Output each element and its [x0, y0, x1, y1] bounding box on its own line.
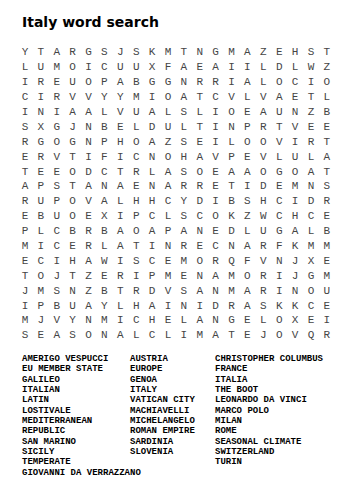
- grid-cell-r3c13: R: [208, 75, 224, 90]
- word-item-empty: [130, 468, 215, 478]
- grid-cell-r6c1: S: [17, 119, 33, 134]
- grid-cell-r2c20: Z: [319, 60, 335, 75]
- grid-cell-r14c2: I: [33, 239, 49, 254]
- grid-cell-r17c12: A: [192, 283, 208, 298]
- grid-cell-r7c15: O: [239, 134, 255, 149]
- grid-cell-r7c10: Z: [160, 134, 176, 149]
- grid-cell-r5c2: N: [33, 105, 49, 120]
- grid-cell-r16c5: Z: [81, 268, 97, 283]
- grid-cell-r18c9: A: [144, 298, 160, 313]
- grid-cell-r9c20: T: [319, 164, 335, 179]
- grid-cell-r20c19: Q: [303, 328, 319, 343]
- grid-cell-r6c14: N: [224, 119, 240, 134]
- word-item: LOSTIVALE: [22, 406, 130, 416]
- grid-cell-r15c5: A: [81, 253, 97, 268]
- grid-cell-r16c4: T: [65, 268, 81, 283]
- grid-cell-r6c16: R: [255, 119, 271, 134]
- grid-cell-r18c15: A: [239, 298, 255, 313]
- grid-cell-r11c10: C: [160, 194, 176, 209]
- grid-cell-r20c9: C: [144, 328, 160, 343]
- grid-cell-r18c19: C: [303, 298, 319, 313]
- grid-cell-r3c19: I: [303, 75, 319, 90]
- grid-cell-r12c8: P: [128, 209, 144, 224]
- grid-cell-r7c14: L: [224, 134, 240, 149]
- grid-cell-r5c17: U: [271, 105, 287, 120]
- grid-cell-r1c13: G: [208, 45, 224, 60]
- grid-cell-r2c15: I: [239, 60, 255, 75]
- grid-cell-r16c11: E: [176, 268, 192, 283]
- grid-cell-r14c4: E: [65, 239, 81, 254]
- grid-cell-r19c6: M: [96, 313, 112, 328]
- grid-cell-r2c5: I: [81, 60, 97, 75]
- grid-cell-r18c16: S: [255, 298, 271, 313]
- grid-cell-r13c9: A: [144, 224, 160, 239]
- grid-cell-r7c16: O: [255, 134, 271, 149]
- grid-cell-r4c1: C: [17, 90, 33, 105]
- grid-cell-r4c3: R: [49, 90, 65, 105]
- page-title: Italy word search: [22, 15, 159, 29]
- grid-cell-r13c20: B: [319, 224, 335, 239]
- grid-cell-r20c1: S: [17, 328, 33, 343]
- grid-cell-r17c4: N: [65, 283, 81, 298]
- word-item: LATIN: [22, 395, 130, 405]
- grid-cell-r19c15: E: [239, 313, 255, 328]
- grid-cell-r2c2: U: [33, 60, 49, 75]
- grid-cell-r8c9: N: [144, 149, 160, 164]
- grid-cell-r7c11: S: [176, 134, 192, 149]
- grid-cell-r1c15: A: [239, 45, 255, 60]
- grid-cell-r7c3: O: [49, 134, 65, 149]
- grid-cell-r15c1: E: [17, 253, 33, 268]
- grid-cell-r8c1: E: [17, 149, 33, 164]
- grid-cell-r9c1: T: [17, 164, 33, 179]
- grid-cell-r10c3: S: [49, 179, 65, 194]
- grid-cell-r8c7: I: [112, 149, 128, 164]
- word-item: EU MEMBER STATE: [22, 364, 130, 374]
- grid-cell-r14c20: M: [319, 239, 335, 254]
- word-item: VATICAN CITY: [130, 395, 215, 405]
- grid-cell-r10c11: R: [176, 179, 192, 194]
- grid-cell-r9c10: A: [160, 164, 176, 179]
- grid-cell-r5c7: V: [112, 105, 128, 120]
- grid-cell-r8c15: E: [239, 149, 255, 164]
- grid-cell-r17c7: T: [112, 283, 128, 298]
- grid-cell-r16c17: I: [271, 268, 287, 283]
- grid-cell-r1c3: A: [49, 45, 65, 60]
- grid-cell-r10c8: E: [128, 179, 144, 194]
- grid-cell-r15c2: C: [33, 253, 49, 268]
- grid-cell-r2c18: L: [287, 60, 303, 75]
- grid-cell-r9c15: A: [239, 164, 255, 179]
- grid-cell-r14c1: M: [17, 239, 33, 254]
- grid-cell-r14c18: K: [287, 239, 303, 254]
- grid-cell-r20c12: M: [192, 328, 208, 343]
- grid-cell-r2c12: E: [192, 60, 208, 75]
- grid-cell-r8c11: H: [176, 149, 192, 164]
- grid-cell-r4c6: Y: [96, 90, 112, 105]
- grid-cell-r6c6: B: [96, 119, 112, 134]
- grid-cell-r7c9: A: [144, 134, 160, 149]
- grid-cell-r13c17: G: [271, 224, 287, 239]
- grid-cell-r11c5: V: [81, 194, 97, 209]
- grid-cell-r15c13: R: [208, 253, 224, 268]
- grid-cell-r3c9: G: [144, 75, 160, 90]
- grid-cell-r19c18: X: [287, 313, 303, 328]
- grid-cell-r1c17: E: [271, 45, 287, 60]
- grid-cell-r2c6: C: [96, 60, 112, 75]
- grid-cell-r18c1: I: [17, 298, 33, 313]
- grid-cell-r8c5: I: [81, 149, 97, 164]
- grid-cell-r20c13: A: [208, 328, 224, 343]
- word-item: GALILEO: [22, 375, 130, 385]
- grid-cell-r18c17: K: [271, 298, 287, 313]
- grid-cell-r2c7: U: [112, 60, 128, 75]
- grid-cell-r20c11: I: [176, 328, 192, 343]
- grid-cell-r16c16: R: [255, 268, 271, 283]
- grid-cell-r13c16: U: [255, 224, 271, 239]
- grid-cell-r17c14: M: [224, 283, 240, 298]
- grid-cell-r9c4: O: [65, 164, 81, 179]
- grid-cell-r6c9: D: [144, 119, 160, 134]
- grid-cell-r14c17: F: [271, 239, 287, 254]
- grid-cell-r1c12: N: [192, 45, 208, 60]
- grid-cell-r1c11: T: [176, 45, 192, 60]
- grid-cell-r1c18: H: [287, 45, 303, 60]
- grid-cell-r19c20: I: [319, 313, 335, 328]
- grid-cell-r20c15: E: [239, 328, 255, 343]
- grid-cell-r14c7: A: [112, 239, 128, 254]
- grid-cell-r11c17: C: [271, 194, 287, 209]
- grid-cell-r16c1: T: [17, 268, 33, 283]
- grid-cell-r15c4: H: [65, 253, 81, 268]
- grid-cell-r16c13: A: [208, 268, 224, 283]
- word-item: SAN MARINO: [22, 437, 130, 447]
- grid-cell-r4c5: V: [81, 90, 97, 105]
- grid-cell-r7c1: R: [17, 134, 33, 149]
- grid-cell-r10c15: I: [239, 179, 255, 194]
- grid-cell-r12c9: C: [144, 209, 160, 224]
- word-item: SLOVENIA: [130, 447, 215, 457]
- grid-cell-r16c10: M: [160, 268, 176, 283]
- grid-cell-r5c11: S: [176, 105, 192, 120]
- grid-cell-r14c16: R: [255, 239, 271, 254]
- grid-cell-r20c16: J: [255, 328, 271, 343]
- grid-cell-r18c8: H: [128, 298, 144, 313]
- grid-cell-r13c4: B: [65, 224, 81, 239]
- grid-cell-r17c17: I: [271, 283, 287, 298]
- grid-cell-r9c6: C: [96, 164, 112, 179]
- grid-cell-r3c4: U: [65, 75, 81, 90]
- grid-cell-r3c20: O: [319, 75, 335, 90]
- grid-cell-r11c2: U: [33, 194, 49, 209]
- grid-cell-r6c12: T: [192, 119, 208, 134]
- grid-cell-r5c13: I: [208, 105, 224, 120]
- grid-cell-r15c14: Q: [224, 253, 240, 268]
- grid-cell-r5c10: L: [160, 105, 176, 120]
- grid-cell-r5c12: L: [192, 105, 208, 120]
- grid-cell-r4c19: T: [303, 90, 319, 105]
- grid-cell-r4c20: L: [319, 90, 335, 105]
- grid-cell-r13c8: O: [128, 224, 144, 239]
- grid-cell-r16c14: M: [224, 268, 240, 283]
- grid-cell-r2c16: L: [255, 60, 271, 75]
- grid-cell-r1c14: M: [224, 45, 240, 60]
- grid-cell-r16c2: O: [33, 268, 49, 283]
- grid-cell-r8c17: L: [271, 149, 287, 164]
- grid-cell-r7c2: G: [33, 134, 49, 149]
- grid-cell-r1c20: T: [319, 45, 335, 60]
- grid-cell-r15c9: C: [144, 253, 160, 268]
- grid-cell-r6c13: I: [208, 119, 224, 134]
- grid-cell-r12c5: E: [81, 209, 97, 224]
- word-item: MILAN: [215, 416, 353, 426]
- grid-cell-r17c6: B: [96, 283, 112, 298]
- grid-cell-r9c17: G: [271, 164, 287, 179]
- grid-cell-r12c6: X: [96, 209, 112, 224]
- grid-cell-r20c7: A: [112, 328, 128, 343]
- grid-cell-r18c6: Y: [96, 298, 112, 313]
- grid-cell-r3c14: I: [224, 75, 240, 90]
- grid-cell-r13c18: A: [287, 224, 303, 239]
- grid-cell-r3c15: A: [239, 75, 255, 90]
- word-item: ITALY: [130, 385, 215, 395]
- grid-cell-r14c9: I: [144, 239, 160, 254]
- grid-cell-r2c1: L: [17, 60, 33, 75]
- grid-cell-r6c7: E: [112, 119, 128, 134]
- grid-cell-r15c18: J: [287, 253, 303, 268]
- grid-cell-r15c19: X: [303, 253, 319, 268]
- grid-cell-r13c1: P: [17, 224, 33, 239]
- grid-cell-r14c11: R: [176, 239, 192, 254]
- grid-cell-r13c12: N: [192, 224, 208, 239]
- grid-cell-r17c8: R: [128, 283, 144, 298]
- grid-cell-r18c3: B: [49, 298, 65, 313]
- grid-cell-r14c6: L: [96, 239, 112, 254]
- grid-cell-r4c4: V: [65, 90, 81, 105]
- grid-cell-r12c20: E: [319, 209, 335, 224]
- grid-cell-r16c15: O: [239, 268, 255, 283]
- grid-cell-r18c13: D: [208, 298, 224, 313]
- word-item: TEMPERATE: [22, 457, 130, 467]
- grid-cell-r9c9: L: [144, 164, 160, 179]
- grid-cell-r5c15: E: [239, 105, 255, 120]
- grid-cell-r11c7: L: [112, 194, 128, 209]
- grid-cell-r3c12: R: [192, 75, 208, 90]
- grid-cell-r12c1: E: [17, 209, 33, 224]
- grid-cell-r12c15: Z: [239, 209, 255, 224]
- worksheet-page: Italy word search YTARGSJSKMTNGMAZEHSTLU…: [0, 0, 353, 500]
- grid-cell-r14c5: R: [81, 239, 97, 254]
- grid-cell-r11c9: H: [144, 194, 160, 209]
- grid-cell-r19c4: Y: [65, 313, 81, 328]
- grid-cell-r18c2: P: [33, 298, 49, 313]
- grid-cell-r4c17: A: [271, 90, 287, 105]
- grid-cell-r19c17: O: [271, 313, 287, 328]
- grid-cell-r3c2: R: [33, 75, 49, 90]
- grid-cell-r6c4: J: [65, 119, 81, 134]
- grid-cell-r10c17: E: [271, 179, 287, 194]
- word-item: FRANCE: [215, 364, 353, 374]
- grid-cell-r7c5: N: [81, 134, 97, 149]
- grid-cell-r16c18: J: [287, 268, 303, 283]
- grid-cell-r17c9: D: [144, 283, 160, 298]
- grid-cell-r6c18: V: [287, 119, 303, 134]
- grid-cell-r17c11: S: [176, 283, 192, 298]
- grid-cell-r11c6: A: [96, 194, 112, 209]
- grid-cell-r14c8: T: [128, 239, 144, 254]
- grid-cell-r10c20: S: [319, 179, 335, 194]
- grid-cell-r11c16: H: [255, 194, 271, 209]
- grid-cell-r13c2: L: [33, 224, 49, 239]
- grid-cell-r19c11: L: [176, 313, 192, 328]
- grid-cell-r2c3: M: [49, 60, 65, 75]
- grid-cell-r11c14: B: [224, 194, 240, 209]
- grid-cell-r19c14: G: [224, 313, 240, 328]
- grid-cell-r4c15: L: [239, 90, 255, 105]
- grid-cell-r7c7: H: [112, 134, 128, 149]
- grid-cell-r1c2: T: [33, 45, 49, 60]
- word-item: TURIN: [215, 457, 353, 467]
- grid-cell-r16c19: G: [303, 268, 319, 283]
- grid-cell-r15c11: M: [176, 253, 192, 268]
- grid-cell-r19c10: E: [160, 313, 176, 328]
- grid-cell-r16c9: P: [144, 268, 160, 283]
- grid-cell-r6c5: N: [81, 119, 97, 134]
- grid-cell-r20c6: N: [96, 328, 112, 343]
- grid-cell-r8c13: V: [208, 149, 224, 164]
- grid-cell-r19c2: J: [33, 313, 49, 328]
- word-item: EUROPE: [130, 364, 215, 374]
- grid-cell-r18c20: E: [319, 298, 335, 313]
- grid-cell-r11c19: D: [303, 194, 319, 209]
- grid-cell-r8c16: V: [255, 149, 271, 164]
- grid-cell-r13c19: L: [303, 224, 319, 239]
- grid-cell-r17c16: R: [255, 283, 271, 298]
- grid-cell-r17c13: N: [208, 283, 224, 298]
- grid-cell-r11c12: D: [192, 194, 208, 209]
- grid-cell-r7c6: P: [96, 134, 112, 149]
- grid-cell-r1c5: G: [81, 45, 97, 60]
- grid-cell-r14c10: N: [160, 239, 176, 254]
- grid-cell-r8c18: U: [287, 149, 303, 164]
- grid-cell-r5c14: O: [224, 105, 240, 120]
- grid-cell-r12c16: W: [255, 209, 271, 224]
- grid-cell-r15c12: O: [192, 253, 208, 268]
- grid-cell-r1c1: Y: [17, 45, 33, 60]
- grid-cell-r17c5: Z: [81, 283, 97, 298]
- grid-cell-r3c11: N: [176, 75, 192, 90]
- grid-cell-r8c6: F: [96, 149, 112, 164]
- grid-cell-r11c3: P: [49, 194, 65, 209]
- grid-cell-r11c20: R: [319, 194, 335, 209]
- grid-cell-r1c4: R: [65, 45, 81, 60]
- grid-cell-r8c12: A: [192, 149, 208, 164]
- grid-cell-r8c14: P: [224, 149, 240, 164]
- grid-cell-r9c13: E: [208, 164, 224, 179]
- grid-cell-r19c16: L: [255, 313, 271, 328]
- grid-cell-r8c20: A: [319, 149, 335, 164]
- word-item: SICILY: [22, 447, 130, 457]
- word-item: ITALIA: [215, 375, 353, 385]
- grid-cell-r11c13: I: [208, 194, 224, 209]
- grid-cell-r16c6: E: [96, 268, 112, 283]
- grid-cell-r10c5: A: [81, 179, 97, 194]
- grid-cell-r12c3: U: [49, 209, 65, 224]
- grid-cell-r5c18: N: [287, 105, 303, 120]
- grid-cell-r11c1: R: [17, 194, 33, 209]
- grid-cell-r4c12: T: [192, 90, 208, 105]
- grid-cell-r3c16: L: [255, 75, 271, 90]
- grid-cell-r19c19: E: [303, 313, 319, 328]
- word-item: MARCO POLO: [215, 406, 353, 416]
- grid-cell-r1c19: S: [303, 45, 319, 60]
- grid-cell-r5c6: L: [96, 105, 112, 120]
- grid-cell-r10c1: A: [17, 179, 33, 194]
- grid-cell-r6c20: E: [319, 119, 335, 134]
- grid-cell-r12c14: K: [224, 209, 240, 224]
- grid-cell-r13c10: P: [160, 224, 176, 239]
- grid-cell-r5c4: A: [65, 105, 81, 120]
- grid-cell-r3c18: C: [287, 75, 303, 90]
- word-item: SWITZERLAND: [215, 447, 353, 457]
- grid-cell-r7c12: E: [192, 134, 208, 149]
- grid-cell-r20c2: E: [33, 328, 49, 343]
- grid-cell-r8c8: C: [128, 149, 144, 164]
- grid-cell-r18c18: K: [287, 298, 303, 313]
- grid-cell-r2c17: D: [271, 60, 287, 75]
- grid-cell-r11c4: O: [65, 194, 81, 209]
- grid-cell-r13c5: R: [81, 224, 97, 239]
- grid-cell-r2c14: I: [224, 60, 240, 75]
- grid-cell-r19c3: V: [49, 313, 65, 328]
- grid-cell-r5c9: A: [144, 105, 160, 120]
- word-list: AMERIGO VESPUCCIAUSTRIACHRISTOPHER COLUM…: [22, 354, 353, 478]
- grid-cell-r20c3: A: [49, 328, 65, 343]
- grid-cell-r5c16: A: [255, 105, 271, 120]
- grid-cell-r13c6: B: [96, 224, 112, 239]
- grid-cell-r19c12: A: [192, 313, 208, 328]
- grid-cell-r3c5: O: [81, 75, 97, 90]
- grid-cell-r2c13: A: [208, 60, 224, 75]
- grid-cell-r15c17: N: [271, 253, 287, 268]
- grid-cell-r1c9: K: [144, 45, 160, 60]
- grid-cell-r5c5: A: [81, 105, 97, 120]
- grid-cell-r20c18: V: [287, 328, 303, 343]
- word-item: GENOA: [130, 375, 215, 385]
- grid-cell-r20c14: T: [224, 328, 240, 343]
- grid-cell-r4c7: Y: [112, 90, 128, 105]
- grid-cell-r7c8: O: [128, 134, 144, 149]
- grid-cell-r5c3: I: [49, 105, 65, 120]
- grid-cell-r3c3: E: [49, 75, 65, 90]
- grid-cell-r6c2: X: [33, 119, 49, 134]
- word-item: SEASONAL CLIMATE: [215, 437, 353, 447]
- grid-cell-r19c7: I: [112, 313, 128, 328]
- grid-cell-r10c6: N: [96, 179, 112, 194]
- grid-cell-r4c2: I: [33, 90, 49, 105]
- grid-cell-r2c9: X: [144, 60, 160, 75]
- grid-cell-r13c13: E: [208, 224, 224, 239]
- grid-cell-r2c10: F: [160, 60, 176, 75]
- grid-cell-r6c15: P: [239, 119, 255, 134]
- grid-cell-r3c1: I: [17, 75, 33, 90]
- grid-cell-r13c11: A: [176, 224, 192, 239]
- grid-cell-r14c3: C: [49, 239, 65, 254]
- grid-cell-r8c2: R: [33, 149, 49, 164]
- grid-cell-r17c10: V: [160, 283, 176, 298]
- grid-cell-r9c19: A: [303, 164, 319, 179]
- grid-cell-r4c14: V: [224, 90, 240, 105]
